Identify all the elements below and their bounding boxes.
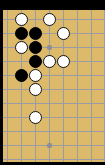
black-stone[interactable]	[29, 27, 42, 40]
white-stone[interactable]	[29, 111, 42, 124]
grid-line-horizontal	[3, 103, 105, 104]
go-board[interactable]	[3, 10, 105, 162]
black-stone[interactable]	[29, 41, 42, 54]
white-stone[interactable]	[29, 83, 42, 96]
white-stone[interactable]	[43, 13, 56, 26]
black-stone[interactable]	[29, 55, 42, 68]
star-point	[47, 45, 52, 50]
grid-line-horizontal	[3, 117, 105, 118]
white-stone[interactable]	[57, 55, 70, 68]
white-stone[interactable]	[15, 13, 28, 26]
white-stone[interactable]	[29, 69, 42, 82]
grid-line-horizontal	[3, 145, 105, 146]
black-stone[interactable]	[15, 69, 28, 82]
grid-line-horizontal	[3, 159, 105, 160]
white-stone[interactable]	[43, 55, 56, 68]
go-diagram-screenshot	[0, 0, 105, 165]
white-stone[interactable]	[15, 41, 28, 54]
star-point	[47, 143, 52, 148]
white-stone[interactable]	[57, 27, 70, 40]
grid-line-horizontal	[3, 89, 105, 90]
grid-line-horizontal	[3, 131, 105, 132]
black-stone[interactable]	[15, 27, 28, 40]
